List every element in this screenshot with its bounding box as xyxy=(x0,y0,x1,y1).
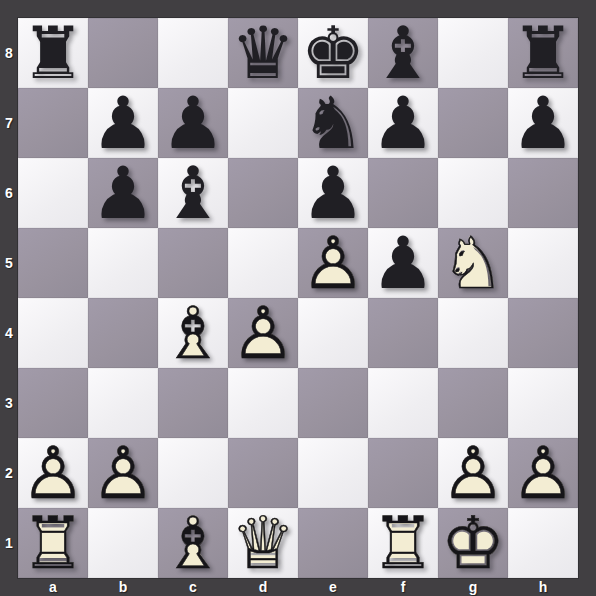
piece-black-pawn[interactable]: ♟ xyxy=(368,228,438,298)
file-label-g: g xyxy=(438,578,508,596)
square-b5[interactable] xyxy=(88,228,158,298)
file-labels: a b c d e f g h xyxy=(18,578,578,596)
square-c7[interactable]: ♟ xyxy=(158,88,228,158)
piece-black-pawn[interactable]: ♟ xyxy=(88,158,158,228)
square-f3[interactable] xyxy=(368,368,438,438)
square-g4[interactable] xyxy=(438,298,508,368)
file-label-f: f xyxy=(368,578,438,596)
square-e2[interactable] xyxy=(298,438,368,508)
piece-white-bishop[interactable]: ♝♗ xyxy=(158,298,228,368)
file-label-e: e xyxy=(298,578,368,596)
piece-black-bishop[interactable]: ♝ xyxy=(368,18,438,88)
square-g2[interactable]: ♟♙ xyxy=(438,438,508,508)
square-a5[interactable] xyxy=(18,228,88,298)
square-d1[interactable]: ♛♕ xyxy=(228,508,298,578)
piece-black-king[interactable]: ♚ xyxy=(298,18,368,88)
black-rook-glyph: ♜ xyxy=(508,18,578,88)
piece-white-pawn[interactable]: ♟♙ xyxy=(18,438,88,508)
rank-label-5: 5 xyxy=(0,228,18,298)
black-pawn-glyph: ♟ xyxy=(368,88,438,158)
square-b8[interactable] xyxy=(88,18,158,88)
square-g5[interactable]: ♞♘ xyxy=(438,228,508,298)
white-rook-outline: ♖ xyxy=(368,508,438,578)
square-f4[interactable] xyxy=(368,298,438,368)
square-e6[interactable]: ♟ xyxy=(298,158,368,228)
rank-label-2: 2 xyxy=(0,438,18,508)
square-d2[interactable] xyxy=(228,438,298,508)
piece-black-bishop[interactable]: ♝ xyxy=(158,158,228,228)
square-b3[interactable] xyxy=(88,368,158,438)
chess-board: ♜♛♚♝♜♟♟♞♟♟♟♝♟♟♙♟♞♘♝♗♟♙♟♙♟♙♟♙♟♙♜♖♝♗♛♕♜♖♚♔ xyxy=(18,18,578,578)
rank-labels: 8 7 6 5 4 3 2 1 xyxy=(0,18,18,578)
file-label-b: b xyxy=(88,578,158,596)
rank-label-7: 7 xyxy=(0,88,18,158)
square-c1[interactable]: ♝♗ xyxy=(158,508,228,578)
square-g3[interactable] xyxy=(438,368,508,438)
square-a8[interactable]: ♜ xyxy=(18,18,88,88)
square-c8[interactable] xyxy=(158,18,228,88)
square-e5[interactable]: ♟♙ xyxy=(298,228,368,298)
square-h6[interactable] xyxy=(508,158,578,228)
square-d7[interactable] xyxy=(228,88,298,158)
file-label-h: h xyxy=(508,578,578,596)
square-c5[interactable] xyxy=(158,228,228,298)
piece-black-knight[interactable]: ♞ xyxy=(298,88,368,158)
file-label-c: c xyxy=(158,578,228,596)
piece-black-pawn[interactable]: ♟ xyxy=(158,88,228,158)
piece-black-queen[interactable]: ♛ xyxy=(228,18,298,88)
white-pawn-outline: ♙ xyxy=(88,438,158,508)
rank-label-8: 8 xyxy=(0,18,18,88)
white-knight-outline: ♘ xyxy=(438,228,508,298)
square-g6[interactable] xyxy=(438,158,508,228)
white-pawn-outline: ♙ xyxy=(298,228,368,298)
white-pawn-outline: ♙ xyxy=(228,298,298,368)
square-h5[interactable] xyxy=(508,228,578,298)
rank-label-1: 1 xyxy=(0,508,18,578)
square-h1[interactable] xyxy=(508,508,578,578)
square-h2[interactable]: ♟♙ xyxy=(508,438,578,508)
square-c3[interactable] xyxy=(158,368,228,438)
square-h4[interactable] xyxy=(508,298,578,368)
chess-board-frame: 8 7 6 5 4 3 2 1 ♜♛♚♝♜♟♟♞♟♟♟♝♟♟♙♟♞♘♝♗♟♙♟♙… xyxy=(0,0,596,596)
square-a4[interactable] xyxy=(18,298,88,368)
file-label-d: d xyxy=(228,578,298,596)
square-e1[interactable] xyxy=(298,508,368,578)
square-a7[interactable] xyxy=(18,88,88,158)
square-f6[interactable] xyxy=(368,158,438,228)
piece-white-pawn[interactable]: ♟♙ xyxy=(438,438,508,508)
square-a6[interactable] xyxy=(18,158,88,228)
square-b4[interactable] xyxy=(88,298,158,368)
white-bishop-outline: ♗ xyxy=(158,298,228,368)
piece-white-bishop[interactable]: ♝♗ xyxy=(158,508,228,578)
square-g8[interactable] xyxy=(438,18,508,88)
rank-label-6: 6 xyxy=(0,158,18,228)
piece-white-pawn[interactable]: ♟♙ xyxy=(88,438,158,508)
black-pawn-glyph: ♟ xyxy=(368,228,438,298)
square-d3[interactable] xyxy=(228,368,298,438)
square-c4[interactable]: ♝♗ xyxy=(158,298,228,368)
black-pawn-glyph: ♟ xyxy=(88,88,158,158)
square-d5[interactable] xyxy=(228,228,298,298)
white-king-outline: ♔ xyxy=(438,508,508,578)
black-bishop-glyph: ♝ xyxy=(158,158,228,228)
square-f1[interactable]: ♜♖ xyxy=(368,508,438,578)
square-a2[interactable]: ♟♙ xyxy=(18,438,88,508)
piece-black-pawn[interactable]: ♟ xyxy=(88,88,158,158)
square-a3[interactable] xyxy=(18,368,88,438)
rank-label-4: 4 xyxy=(0,298,18,368)
square-b1[interactable] xyxy=(88,508,158,578)
black-pawn-glyph: ♟ xyxy=(298,158,368,228)
square-h8[interactable]: ♜ xyxy=(508,18,578,88)
white-queen-outline: ♕ xyxy=(228,508,298,578)
black-pawn-glyph: ♟ xyxy=(158,88,228,158)
white-pawn-outline: ♙ xyxy=(508,438,578,508)
piece-black-rook[interactable]: ♜ xyxy=(18,18,88,88)
square-e7[interactable]: ♞ xyxy=(298,88,368,158)
file-label-a: a xyxy=(18,578,88,596)
black-queen-glyph: ♛ xyxy=(228,18,298,88)
square-h7[interactable]: ♟ xyxy=(508,88,578,158)
piece-black-pawn[interactable]: ♟ xyxy=(368,88,438,158)
piece-white-pawn[interactable]: ♟♙ xyxy=(298,228,368,298)
piece-white-king[interactable]: ♚♔ xyxy=(438,508,508,578)
black-knight-glyph: ♞ xyxy=(298,88,368,158)
square-e8[interactable]: ♚ xyxy=(298,18,368,88)
square-d8[interactable]: ♛ xyxy=(228,18,298,88)
square-f2[interactable] xyxy=(368,438,438,508)
square-c6[interactable]: ♝ xyxy=(158,158,228,228)
square-g7[interactable] xyxy=(438,88,508,158)
piece-white-pawn[interactable]: ♟♙ xyxy=(508,438,578,508)
rank-label-3: 3 xyxy=(0,368,18,438)
white-pawn-outline: ♙ xyxy=(438,438,508,508)
square-h3[interactable] xyxy=(508,368,578,438)
square-a1[interactable]: ♜♖ xyxy=(18,508,88,578)
black-pawn-glyph: ♟ xyxy=(508,88,578,158)
piece-black-pawn[interactable]: ♟ xyxy=(508,88,578,158)
piece-white-rook[interactable]: ♜♖ xyxy=(368,508,438,578)
square-f7[interactable]: ♟ xyxy=(368,88,438,158)
square-e3[interactable] xyxy=(298,368,368,438)
piece-white-pawn[interactable]: ♟♙ xyxy=(228,298,298,368)
square-g1[interactable]: ♚♔ xyxy=(438,508,508,578)
square-e4[interactable] xyxy=(298,298,368,368)
white-rook-outline: ♖ xyxy=(18,508,88,578)
piece-white-rook[interactable]: ♜♖ xyxy=(18,508,88,578)
piece-black-pawn[interactable]: ♟ xyxy=(298,158,368,228)
black-king-glyph: ♚ xyxy=(298,18,368,88)
square-f8[interactable]: ♝ xyxy=(368,18,438,88)
square-c2[interactable] xyxy=(158,438,228,508)
square-b6[interactable]: ♟ xyxy=(88,158,158,228)
piece-white-queen[interactable]: ♛♕ xyxy=(228,508,298,578)
square-f5[interactable]: ♟ xyxy=(368,228,438,298)
square-d4[interactable]: ♟♙ xyxy=(228,298,298,368)
white-pawn-outline: ♙ xyxy=(18,438,88,508)
black-bishop-glyph: ♝ xyxy=(368,18,438,88)
black-pawn-glyph: ♟ xyxy=(88,158,158,228)
white-bishop-outline: ♗ xyxy=(158,508,228,578)
piece-black-rook[interactable]: ♜ xyxy=(508,18,578,88)
piece-white-knight[interactable]: ♞♘ xyxy=(438,228,508,298)
black-rook-glyph: ♜ xyxy=(18,18,88,88)
square-b7[interactable]: ♟ xyxy=(88,88,158,158)
square-d6[interactable] xyxy=(228,158,298,228)
square-b2[interactable]: ♟♙ xyxy=(88,438,158,508)
